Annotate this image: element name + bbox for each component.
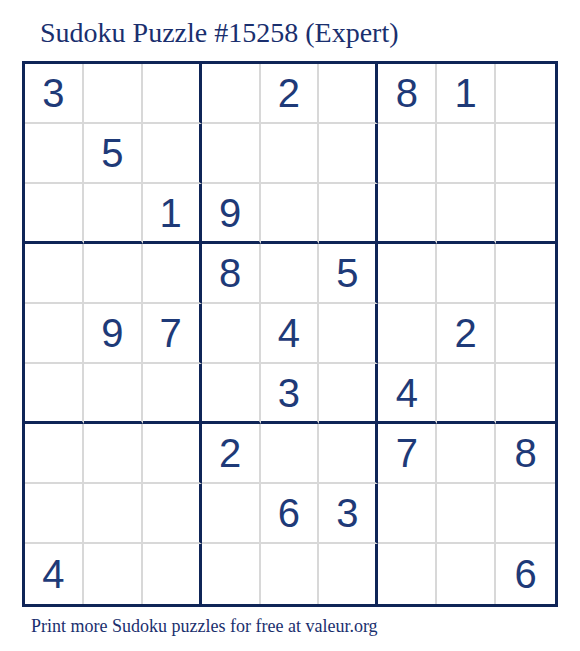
sudoku-cell-r5c4	[202, 304, 261, 364]
sudoku-cell-r4c9	[496, 244, 555, 304]
sudoku-cell-r7c5	[261, 424, 320, 484]
sudoku-cell-r1c9	[496, 64, 555, 124]
sudoku-cell-r2c6	[319, 124, 378, 184]
sudoku-cell-r1c8: 1	[437, 64, 496, 124]
sudoku-cell-r4c7	[378, 244, 437, 304]
sudoku-cell-r7c6	[319, 424, 378, 484]
sudoku-cell-r8c3	[143, 484, 202, 544]
sudoku-cell-r3c9	[496, 184, 555, 244]
sudoku-cell-r9c6	[319, 544, 378, 604]
sudoku-cell-r9c2	[84, 544, 143, 604]
footer-text: Print more Sudoku puzzles for free at va…	[31, 616, 378, 637]
sudoku-cell-r6c3	[143, 364, 202, 424]
sudoku-cell-r5c5: 4	[261, 304, 320, 364]
sudoku-cell-r4c2	[84, 244, 143, 304]
sudoku-cell-r4c5	[261, 244, 320, 304]
page-title: Sudoku Puzzle #15258 (Expert)	[40, 17, 399, 49]
sudoku-cell-r2c5	[261, 124, 320, 184]
sudoku-cell-r6c7: 4	[378, 364, 437, 424]
sudoku-cell-r9c4	[202, 544, 261, 604]
sudoku-cell-r8c4	[202, 484, 261, 544]
sudoku-cell-r6c8	[437, 364, 496, 424]
sudoku-cell-r1c3	[143, 64, 202, 124]
sudoku-cell-r4c4: 8	[202, 244, 261, 304]
sudoku-cell-r5c8: 2	[437, 304, 496, 364]
sudoku-cell-r6c2	[84, 364, 143, 424]
sudoku-cell-r7c2	[84, 424, 143, 484]
sudoku-cell-r9c5	[261, 544, 320, 604]
sudoku-cell-r8c2	[84, 484, 143, 544]
sudoku-cell-r1c6	[319, 64, 378, 124]
sudoku-cell-r1c2	[84, 64, 143, 124]
sudoku-cell-r5c3: 7	[143, 304, 202, 364]
sudoku-cell-r1c7: 8	[378, 64, 437, 124]
sudoku-cell-r9c8	[437, 544, 496, 604]
sudoku-cell-r8c6: 3	[319, 484, 378, 544]
sudoku-cell-r4c1	[25, 244, 84, 304]
sudoku-cell-r3c5	[261, 184, 320, 244]
sudoku-cell-r6c9	[496, 364, 555, 424]
sudoku-cell-r3c8	[437, 184, 496, 244]
sudoku-cell-r7c9: 8	[496, 424, 555, 484]
sudoku-cell-r5c6	[319, 304, 378, 364]
sudoku-cell-r7c7: 7	[378, 424, 437, 484]
sudoku-board: 3281519859742342786346	[22, 61, 558, 607]
sudoku-cell-r2c8	[437, 124, 496, 184]
sudoku-cell-r5c7	[378, 304, 437, 364]
sudoku-cell-r8c1	[25, 484, 84, 544]
sudoku-cell-r2c2: 5	[84, 124, 143, 184]
sudoku-cell-r7c1	[25, 424, 84, 484]
sudoku-cell-r4c6: 5	[319, 244, 378, 304]
sudoku-print-page: Sudoku Puzzle #15258 (Expert) 3281519859…	[0, 0, 580, 651]
sudoku-cell-r2c4	[202, 124, 261, 184]
sudoku-cell-r8c5: 6	[261, 484, 320, 544]
sudoku-cell-r4c3	[143, 244, 202, 304]
sudoku-cell-r8c8	[437, 484, 496, 544]
sudoku-cell-r7c8	[437, 424, 496, 484]
sudoku-cell-r5c1	[25, 304, 84, 364]
sudoku-cell-r9c1: 4	[25, 544, 84, 604]
sudoku-cell-r1c4	[202, 64, 261, 124]
sudoku-cell-r6c4	[202, 364, 261, 424]
sudoku-cell-r3c6	[319, 184, 378, 244]
sudoku-cell-r6c6	[319, 364, 378, 424]
sudoku-cell-r8c9	[496, 484, 555, 544]
sudoku-cell-r2c1	[25, 124, 84, 184]
sudoku-cell-r6c1	[25, 364, 84, 424]
sudoku-cell-r7c4: 2	[202, 424, 261, 484]
sudoku-cell-r2c7	[378, 124, 437, 184]
sudoku-cell-r3c1	[25, 184, 84, 244]
sudoku-cell-r1c1: 3	[25, 64, 84, 124]
sudoku-cell-r9c7	[378, 544, 437, 604]
sudoku-cell-r3c2	[84, 184, 143, 244]
sudoku-cell-r6c5: 3	[261, 364, 320, 424]
sudoku-cell-r3c7	[378, 184, 437, 244]
sudoku-cell-r8c7	[378, 484, 437, 544]
sudoku-cell-r2c9	[496, 124, 555, 184]
sudoku-cell-r5c9	[496, 304, 555, 364]
sudoku-cell-r2c3	[143, 124, 202, 184]
sudoku-cell-r7c3	[143, 424, 202, 484]
sudoku-cell-r1c5: 2	[261, 64, 320, 124]
sudoku-cell-r9c9: 6	[496, 544, 555, 604]
sudoku-cell-r4c8	[437, 244, 496, 304]
sudoku-cell-r3c4: 9	[202, 184, 261, 244]
sudoku-cell-r9c3	[143, 544, 202, 604]
sudoku-cell-r5c2: 9	[84, 304, 143, 364]
sudoku-cell-r3c3: 1	[143, 184, 202, 244]
